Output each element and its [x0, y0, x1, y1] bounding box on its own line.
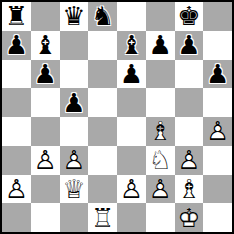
- square-c6[interactable]: [60, 60, 89, 89]
- square-c8[interactable]: ♛: [60, 2, 89, 31]
- square-g8[interactable]: ♚: [175, 2, 204, 31]
- black-queen-c8[interactable]: ♛: [60, 2, 89, 31]
- black-bishop-e7[interactable]: ♝: [117, 31, 146, 60]
- black-pawn-g7[interactable]: ♟: [175, 31, 204, 60]
- square-e8[interactable]: [117, 2, 146, 31]
- square-e4[interactable]: [117, 117, 146, 146]
- black-knight-glyph: ♞: [88, 2, 117, 31]
- square-c7[interactable]: [60, 31, 89, 60]
- square-a8[interactable]: ♜: [2, 2, 31, 31]
- square-g4[interactable]: [175, 117, 204, 146]
- white-pawn-outline: ♙: [117, 175, 146, 204]
- black-pawn-a7[interactable]: ♟: [2, 31, 31, 60]
- square-g1[interactable]: ♚♔: [175, 203, 204, 232]
- white-pawn-e2[interactable]: ♟♙: [117, 175, 146, 204]
- white-rook-d1[interactable]: ♜♖: [88, 203, 117, 232]
- square-b8[interactable]: [31, 2, 60, 31]
- square-d3[interactable]: [88, 146, 117, 175]
- square-b5[interactable]: [31, 88, 60, 117]
- square-a7[interactable]: ♟: [2, 31, 31, 60]
- square-f2[interactable]: ♟♙: [146, 175, 175, 204]
- black-pawn-f7[interactable]: ♟: [146, 31, 175, 60]
- square-e2[interactable]: ♟♙: [117, 175, 146, 204]
- white-bishop-g2[interactable]: ♝♗: [175, 175, 204, 204]
- square-g7[interactable]: ♟: [175, 31, 204, 60]
- black-rook-glyph: ♜: [2, 2, 31, 31]
- square-a4[interactable]: [2, 117, 31, 146]
- black-pawn-glyph: ♟: [31, 60, 60, 89]
- square-g2[interactable]: ♝♗: [175, 175, 204, 204]
- square-h6[interactable]: ♟: [203, 60, 232, 89]
- white-pawn-a2[interactable]: ♟♙: [2, 175, 31, 204]
- square-a2[interactable]: ♟♙: [2, 175, 31, 204]
- square-a1[interactable]: [2, 203, 31, 232]
- square-a5[interactable]: [2, 88, 31, 117]
- square-b7[interactable]: ♝: [31, 31, 60, 60]
- black-bishop-glyph: ♝: [31, 31, 60, 60]
- square-c5[interactable]: ♟: [60, 88, 89, 117]
- white-knight-outline: ♘: [146, 146, 175, 175]
- square-d2[interactable]: [88, 175, 117, 204]
- square-f3[interactable]: ♞♘: [146, 146, 175, 175]
- square-a3[interactable]: [2, 146, 31, 175]
- black-pawn-e6[interactable]: ♟: [117, 60, 146, 89]
- square-e6[interactable]: ♟: [117, 60, 146, 89]
- black-pawn-glyph: ♟: [203, 60, 232, 89]
- white-pawn-c3[interactable]: ♟♙: [60, 146, 89, 175]
- white-pawn-outline: ♙: [60, 146, 89, 175]
- square-f8[interactable]: [146, 2, 175, 31]
- square-h3[interactable]: [203, 146, 232, 175]
- black-pawn-glyph: ♟: [2, 31, 31, 60]
- white-pawn-outline: ♙: [175, 146, 204, 175]
- white-pawn-outline: ♙: [146, 175, 175, 204]
- black-pawn-glyph: ♟: [175, 31, 204, 60]
- square-c4[interactable]: [60, 117, 89, 146]
- white-king-g1[interactable]: ♚♔: [175, 203, 204, 232]
- square-e7[interactable]: ♝: [117, 31, 146, 60]
- white-pawn-outline: ♙: [31, 146, 60, 175]
- white-bishop-outline: ♗: [146, 117, 175, 146]
- square-g5[interactable]: [175, 88, 204, 117]
- square-d8[interactable]: ♞: [88, 2, 117, 31]
- white-pawn-f2[interactable]: ♟♙: [146, 175, 175, 204]
- square-b3[interactable]: ♟♙: [31, 146, 60, 175]
- white-pawn-g3[interactable]: ♟♙: [175, 146, 204, 175]
- black-pawn-glyph: ♟: [60, 88, 89, 117]
- square-h7[interactable]: [203, 31, 232, 60]
- white-king-outline: ♔: [175, 203, 204, 232]
- black-pawn-glyph: ♟: [146, 31, 175, 60]
- square-h8[interactable]: [203, 2, 232, 31]
- black-king-glyph: ♚: [175, 2, 204, 31]
- black-pawn-h6[interactable]: ♟: [203, 60, 232, 89]
- black-pawn-c5[interactable]: ♟: [60, 88, 89, 117]
- white-pawn-h4[interactable]: ♟♙: [203, 117, 232, 146]
- black-king-g8[interactable]: ♚: [175, 2, 204, 31]
- white-knight-f3[interactable]: ♞♘: [146, 146, 175, 175]
- square-d1[interactable]: ♜♖: [88, 203, 117, 232]
- black-pawn-glyph: ♟: [117, 60, 146, 89]
- square-e3[interactable]: [117, 146, 146, 175]
- black-rook-a8[interactable]: ♜: [2, 2, 31, 31]
- square-e1[interactable]: [117, 203, 146, 232]
- square-h2[interactable]: [203, 175, 232, 204]
- square-f1[interactable]: [146, 203, 175, 232]
- square-f5[interactable]: [146, 88, 175, 117]
- square-b2[interactable]: [31, 175, 60, 204]
- square-b4[interactable]: [31, 117, 60, 146]
- white-rook-outline: ♖: [88, 203, 117, 232]
- square-b1[interactable]: [31, 203, 60, 232]
- white-pawn-outline: ♙: [2, 175, 31, 204]
- white-queen-c2[interactable]: ♛♕: [60, 175, 89, 204]
- square-c2[interactable]: ♛♕: [60, 175, 89, 204]
- square-c3[interactable]: ♟♙: [60, 146, 89, 175]
- white-queen-outline: ♕: [60, 175, 89, 204]
- white-bishop-outline: ♗: [175, 175, 204, 204]
- white-bishop-f4[interactable]: ♝♗: [146, 117, 175, 146]
- square-g6[interactable]: [175, 60, 204, 89]
- black-queen-glyph: ♛: [60, 2, 89, 31]
- black-bishop-glyph: ♝: [117, 31, 146, 60]
- square-d7[interactable]: [88, 31, 117, 60]
- square-h5[interactable]: [203, 88, 232, 117]
- square-a6[interactable]: [2, 60, 31, 89]
- square-h4[interactable]: ♟♙: [203, 117, 232, 146]
- square-f4[interactable]: ♝♗: [146, 117, 175, 146]
- square-f6[interactable]: [146, 60, 175, 89]
- square-d5[interactable]: [88, 88, 117, 117]
- black-knight-d8[interactable]: ♞: [88, 2, 117, 31]
- square-h1[interactable]: [203, 203, 232, 232]
- white-pawn-b3[interactable]: ♟♙: [31, 146, 60, 175]
- white-pawn-outline: ♙: [203, 117, 232, 146]
- square-f7[interactable]: ♟: [146, 31, 175, 60]
- square-g3[interactable]: ♟♙: [175, 146, 204, 175]
- black-pawn-b6[interactable]: ♟: [31, 60, 60, 89]
- chess-board: ♜♛♞♚♟♝♝♟♟♟♟♟♟♝♗♟♙♟♙♟♙♞♘♟♙♟♙♛♕♟♙♟♙♝♗♜♖♚♔: [0, 0, 234, 234]
- square-b6[interactable]: ♟: [31, 60, 60, 89]
- square-d4[interactable]: [88, 117, 117, 146]
- square-e5[interactable]: [117, 88, 146, 117]
- square-d6[interactable]: [88, 60, 117, 89]
- black-bishop-b7[interactable]: ♝: [31, 31, 60, 60]
- square-c1[interactable]: [60, 203, 89, 232]
